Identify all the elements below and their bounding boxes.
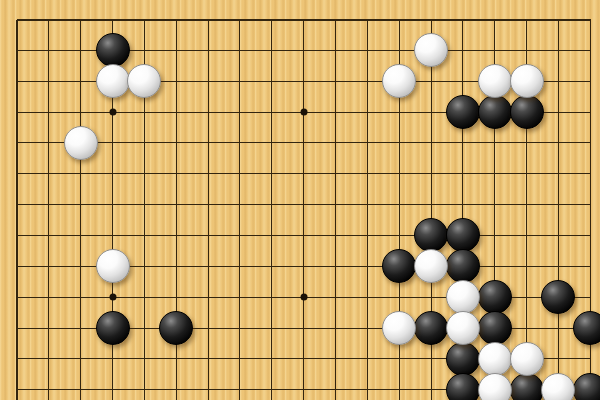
black-stone[interactable] <box>510 373 544 400</box>
star-point <box>109 294 116 301</box>
black-stone[interactable] <box>446 342 480 376</box>
white-stone[interactable] <box>478 373 512 400</box>
white-stone[interactable] <box>96 64 130 98</box>
star-point <box>300 294 307 301</box>
grid-line-horizontal <box>17 19 591 21</box>
black-stone[interactable] <box>446 373 480 400</box>
grid-line-vertical <box>80 20 81 400</box>
white-stone[interactable] <box>96 249 130 283</box>
grid-line-vertical <box>335 20 336 400</box>
white-stone[interactable] <box>127 64 161 98</box>
black-stone[interactable] <box>541 280 575 314</box>
black-stone[interactable] <box>573 373 600 400</box>
white-stone[interactable] <box>510 342 544 376</box>
black-stone[interactable] <box>446 249 480 283</box>
grid-line-horizontal <box>17 204 591 205</box>
white-stone[interactable] <box>414 33 448 67</box>
black-stone[interactable] <box>478 280 512 314</box>
black-stone[interactable] <box>414 218 448 252</box>
white-stone[interactable] <box>382 64 416 98</box>
black-stone[interactable] <box>446 218 480 252</box>
star-point <box>109 109 116 116</box>
black-stone[interactable] <box>159 311 193 345</box>
black-stone[interactable] <box>478 95 512 129</box>
white-stone[interactable] <box>64 126 98 160</box>
white-stone[interactable] <box>478 64 512 98</box>
go-board[interactable] <box>0 0 600 400</box>
black-stone[interactable] <box>573 311 600 345</box>
black-stone[interactable] <box>446 95 480 129</box>
star-point <box>300 109 307 116</box>
grid-line-vertical <box>208 20 209 400</box>
grid-line-vertical <box>16 20 18 400</box>
black-stone[interactable] <box>96 311 130 345</box>
grid-line-vertical <box>303 20 304 400</box>
white-stone[interactable] <box>478 342 512 376</box>
white-stone[interactable] <box>446 311 480 345</box>
grid-line-vertical <box>367 20 368 400</box>
grid-line-vertical <box>48 20 49 400</box>
black-stone[interactable] <box>510 95 544 129</box>
black-stone[interactable] <box>414 311 448 345</box>
white-stone[interactable] <box>541 373 575 400</box>
grid-line-horizontal <box>17 142 591 143</box>
black-stone[interactable] <box>382 249 416 283</box>
white-stone[interactable] <box>382 311 416 345</box>
grid-line-horizontal <box>17 173 591 174</box>
black-stone[interactable] <box>478 311 512 345</box>
grid-line-vertical <box>558 20 559 400</box>
white-stone[interactable] <box>446 280 480 314</box>
white-stone[interactable] <box>414 249 448 283</box>
black-stone[interactable] <box>96 33 130 67</box>
grid-line-horizontal <box>17 235 591 236</box>
white-stone[interactable] <box>510 64 544 98</box>
grid-line-vertical <box>239 20 240 400</box>
grid-line-vertical <box>271 20 272 400</box>
